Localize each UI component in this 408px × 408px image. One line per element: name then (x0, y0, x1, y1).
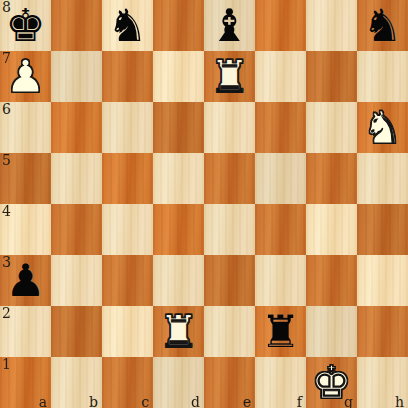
square-g2[interactable] (306, 306, 357, 357)
square-h2[interactable] (357, 306, 408, 357)
square-e5[interactable] (204, 153, 255, 204)
square-c3[interactable] (102, 255, 153, 306)
square-f4[interactable] (255, 204, 306, 255)
square-h4[interactable] (357, 204, 408, 255)
piece-black-bishop-e8[interactable]: ♝ (204, 0, 255, 51)
square-e1[interactable]: e (204, 357, 255, 408)
rank-label-5: 5 (2, 153, 11, 168)
piece-white-rook-d2[interactable]: ♜ (153, 306, 204, 357)
square-c1[interactable]: c (102, 357, 153, 408)
square-c5[interactable] (102, 153, 153, 204)
piece-black-knight-h8[interactable]: ♞ (357, 0, 408, 51)
square-e8[interactable]: ♝ (204, 0, 255, 51)
square-d8[interactable] (153, 0, 204, 51)
square-c4[interactable] (102, 204, 153, 255)
square-g8[interactable] (306, 0, 357, 51)
square-b8[interactable] (51, 0, 102, 51)
square-c2[interactable] (102, 306, 153, 357)
square-h7[interactable] (357, 51, 408, 102)
square-e4[interactable] (204, 204, 255, 255)
square-e3[interactable] (204, 255, 255, 306)
square-h6[interactable]: ♞ (357, 102, 408, 153)
rank-label-2: 2 (2, 306, 11, 321)
square-h5[interactable] (357, 153, 408, 204)
rank-label-1: 1 (2, 357, 11, 372)
square-h1[interactable]: h (357, 357, 408, 408)
square-g7[interactable] (306, 51, 357, 102)
square-g4[interactable] (306, 204, 357, 255)
square-a8[interactable]: 8♚ (0, 0, 51, 51)
rank-label-3: 3 (2, 255, 11, 270)
piece-white-rook-e7[interactable]: ♜ (204, 51, 255, 102)
square-a7[interactable]: 7♟ (0, 51, 51, 102)
file-label-f: f (297, 394, 302, 408)
square-a2[interactable]: 2 (0, 306, 51, 357)
square-a1[interactable]: 1a (0, 357, 51, 408)
square-b1[interactable]: b (51, 357, 102, 408)
square-c6[interactable] (102, 102, 153, 153)
square-b6[interactable] (51, 102, 102, 153)
square-f1[interactable]: f (255, 357, 306, 408)
square-b4[interactable] (51, 204, 102, 255)
chess-board: 8♚♞♝♞7♟♜6♞543♟2♜♜1abcdefg♚h (0, 0, 408, 408)
square-g5[interactable] (306, 153, 357, 204)
square-b5[interactable] (51, 153, 102, 204)
rank-label-8: 8 (2, 0, 11, 15)
square-f8[interactable] (255, 0, 306, 51)
square-f3[interactable] (255, 255, 306, 306)
square-f5[interactable] (255, 153, 306, 204)
square-b3[interactable] (51, 255, 102, 306)
square-d2[interactable]: ♜ (153, 306, 204, 357)
square-d5[interactable] (153, 153, 204, 204)
file-label-g: g (344, 394, 353, 408)
square-e2[interactable] (204, 306, 255, 357)
square-d7[interactable] (153, 51, 204, 102)
square-b2[interactable] (51, 306, 102, 357)
file-label-b: b (89, 394, 98, 408)
square-a4[interactable]: 4 (0, 204, 51, 255)
square-d4[interactable] (153, 204, 204, 255)
rank-label-6: 6 (2, 102, 11, 117)
square-a3[interactable]: 3♟ (0, 255, 51, 306)
square-c8[interactable]: ♞ (102, 0, 153, 51)
file-label-d: d (191, 394, 200, 408)
file-label-a: a (39, 394, 47, 408)
square-e6[interactable] (204, 102, 255, 153)
square-a6[interactable]: 6 (0, 102, 51, 153)
square-f6[interactable] (255, 102, 306, 153)
square-c7[interactable] (102, 51, 153, 102)
square-g3[interactable] (306, 255, 357, 306)
square-b7[interactable] (51, 51, 102, 102)
rank-label-4: 4 (2, 204, 11, 219)
square-g1[interactable]: g♚ (306, 357, 357, 408)
square-d1[interactable]: d (153, 357, 204, 408)
file-label-c: c (141, 394, 149, 408)
piece-white-knight-h6[interactable]: ♞ (357, 102, 408, 153)
square-e7[interactable]: ♜ (204, 51, 255, 102)
square-f7[interactable] (255, 51, 306, 102)
file-label-e: e (243, 394, 251, 408)
piece-black-rook-f2[interactable]: ♜ (255, 306, 306, 357)
square-d3[interactable] (153, 255, 204, 306)
square-f2[interactable]: ♜ (255, 306, 306, 357)
square-g6[interactable] (306, 102, 357, 153)
piece-black-knight-c8[interactable]: ♞ (102, 0, 153, 51)
file-label-h: h (395, 394, 404, 408)
square-d6[interactable] (153, 102, 204, 153)
square-h3[interactable] (357, 255, 408, 306)
square-h8[interactable]: ♞ (357, 0, 408, 51)
rank-label-7: 7 (2, 51, 11, 66)
square-a5[interactable]: 5 (0, 153, 51, 204)
